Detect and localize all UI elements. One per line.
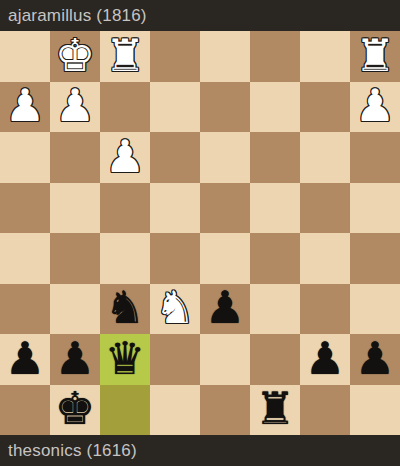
square-d4[interactable] — [200, 183, 250, 234]
black-pawn-piece[interactable]: ♟ — [5, 336, 45, 381]
square-c2[interactable] — [250, 82, 300, 133]
square-b2[interactable] — [300, 82, 350, 133]
square-e3[interactable] — [150, 132, 200, 183]
square-h5[interactable] — [0, 233, 50, 284]
square-c8[interactable]: ♜ — [250, 385, 300, 436]
square-e8[interactable] — [150, 385, 200, 436]
white-king-piece[interactable]: ♚ — [55, 33, 95, 78]
black-queen-piece[interactable]: ♛ — [105, 336, 145, 381]
square-b3[interactable] — [300, 132, 350, 183]
top-player-bar: ajaramillus (1816) — [0, 0, 400, 31]
white-rook-piece[interactable]: ♜ — [355, 33, 395, 78]
square-a1[interactable]: ♜ — [350, 31, 400, 82]
square-f4[interactable] — [100, 183, 150, 234]
square-d6[interactable]: ♟ — [200, 284, 250, 335]
square-h8[interactable] — [0, 385, 50, 436]
square-a8[interactable] — [350, 385, 400, 436]
square-c4[interactable] — [250, 183, 300, 234]
square-g7[interactable]: ♟ — [50, 334, 100, 385]
square-a4[interactable] — [350, 183, 400, 234]
bottom-player-bar: thesonics (1616) — [0, 435, 400, 466]
square-d2[interactable] — [200, 82, 250, 133]
square-b8[interactable] — [300, 385, 350, 436]
square-e7[interactable] — [150, 334, 200, 385]
square-e5[interactable] — [150, 233, 200, 284]
square-f3[interactable]: ♟ — [100, 132, 150, 183]
square-g6[interactable] — [50, 284, 100, 335]
square-b5[interactable] — [300, 233, 350, 284]
white-knight-piece[interactable]: ♞ — [155, 285, 195, 330]
square-f2[interactable] — [100, 82, 150, 133]
square-f7[interactable]: ♛ — [100, 334, 150, 385]
square-g2[interactable]: ♟ — [50, 82, 100, 133]
square-f5[interactable] — [100, 233, 150, 284]
chess-board: ♚♜♜♟♟♟♟♞♞♟♟♟♛♟♟♚♜ — [0, 31, 400, 435]
square-a3[interactable] — [350, 132, 400, 183]
black-pawn-piece[interactable]: ♟ — [55, 336, 95, 381]
square-c5[interactable] — [250, 233, 300, 284]
square-a5[interactable] — [350, 233, 400, 284]
square-h1[interactable] — [0, 31, 50, 82]
square-a6[interactable] — [350, 284, 400, 335]
white-pawn-piece[interactable]: ♟ — [5, 83, 45, 128]
square-b4[interactable] — [300, 183, 350, 234]
square-f6[interactable]: ♞ — [100, 284, 150, 335]
square-d7[interactable] — [200, 334, 250, 385]
square-d1[interactable] — [200, 31, 250, 82]
bottom-player-label: thesonics (1616) — [8, 441, 137, 461]
white-pawn-piece[interactable]: ♟ — [105, 134, 145, 179]
black-king-piece[interactable]: ♚ — [55, 386, 95, 431]
square-h2[interactable]: ♟ — [0, 82, 50, 133]
square-b7[interactable]: ♟ — [300, 334, 350, 385]
square-e2[interactable] — [150, 82, 200, 133]
white-rook-piece[interactable]: ♜ — [105, 33, 145, 78]
black-pawn-piece[interactable]: ♟ — [205, 285, 245, 330]
square-d8[interactable] — [200, 385, 250, 436]
square-d3[interactable] — [200, 132, 250, 183]
square-c6[interactable] — [250, 284, 300, 335]
square-c1[interactable] — [250, 31, 300, 82]
black-knight-piece[interactable]: ♞ — [105, 285, 145, 330]
square-b1[interactable] — [300, 31, 350, 82]
square-g4[interactable] — [50, 183, 100, 234]
top-player-label: ajaramillus (1816) — [8, 6, 147, 26]
square-e1[interactable] — [150, 31, 200, 82]
square-g8[interactable]: ♚ — [50, 385, 100, 436]
square-h3[interactable] — [0, 132, 50, 183]
square-g5[interactable] — [50, 233, 100, 284]
square-c7[interactable] — [250, 334, 300, 385]
black-pawn-piece[interactable]: ♟ — [305, 336, 345, 381]
square-f1[interactable]: ♜ — [100, 31, 150, 82]
white-pawn-piece[interactable]: ♟ — [55, 83, 95, 128]
white-pawn-piece[interactable]: ♟ — [355, 83, 395, 128]
square-g1[interactable]: ♚ — [50, 31, 100, 82]
square-h4[interactable] — [0, 183, 50, 234]
square-g3[interactable] — [50, 132, 100, 183]
square-d5[interactable] — [200, 233, 250, 284]
square-c3[interactable] — [250, 132, 300, 183]
square-e6[interactable]: ♞ — [150, 284, 200, 335]
square-a2[interactable]: ♟ — [350, 82, 400, 133]
square-e4[interactable] — [150, 183, 200, 234]
black-pawn-piece[interactable]: ♟ — [355, 336, 395, 381]
square-a7[interactable]: ♟ — [350, 334, 400, 385]
square-f8[interactable] — [100, 385, 150, 436]
square-b6[interactable] — [300, 284, 350, 335]
black-rook-piece[interactable]: ♜ — [255, 386, 295, 431]
square-h7[interactable]: ♟ — [0, 334, 50, 385]
square-h6[interactable] — [0, 284, 50, 335]
